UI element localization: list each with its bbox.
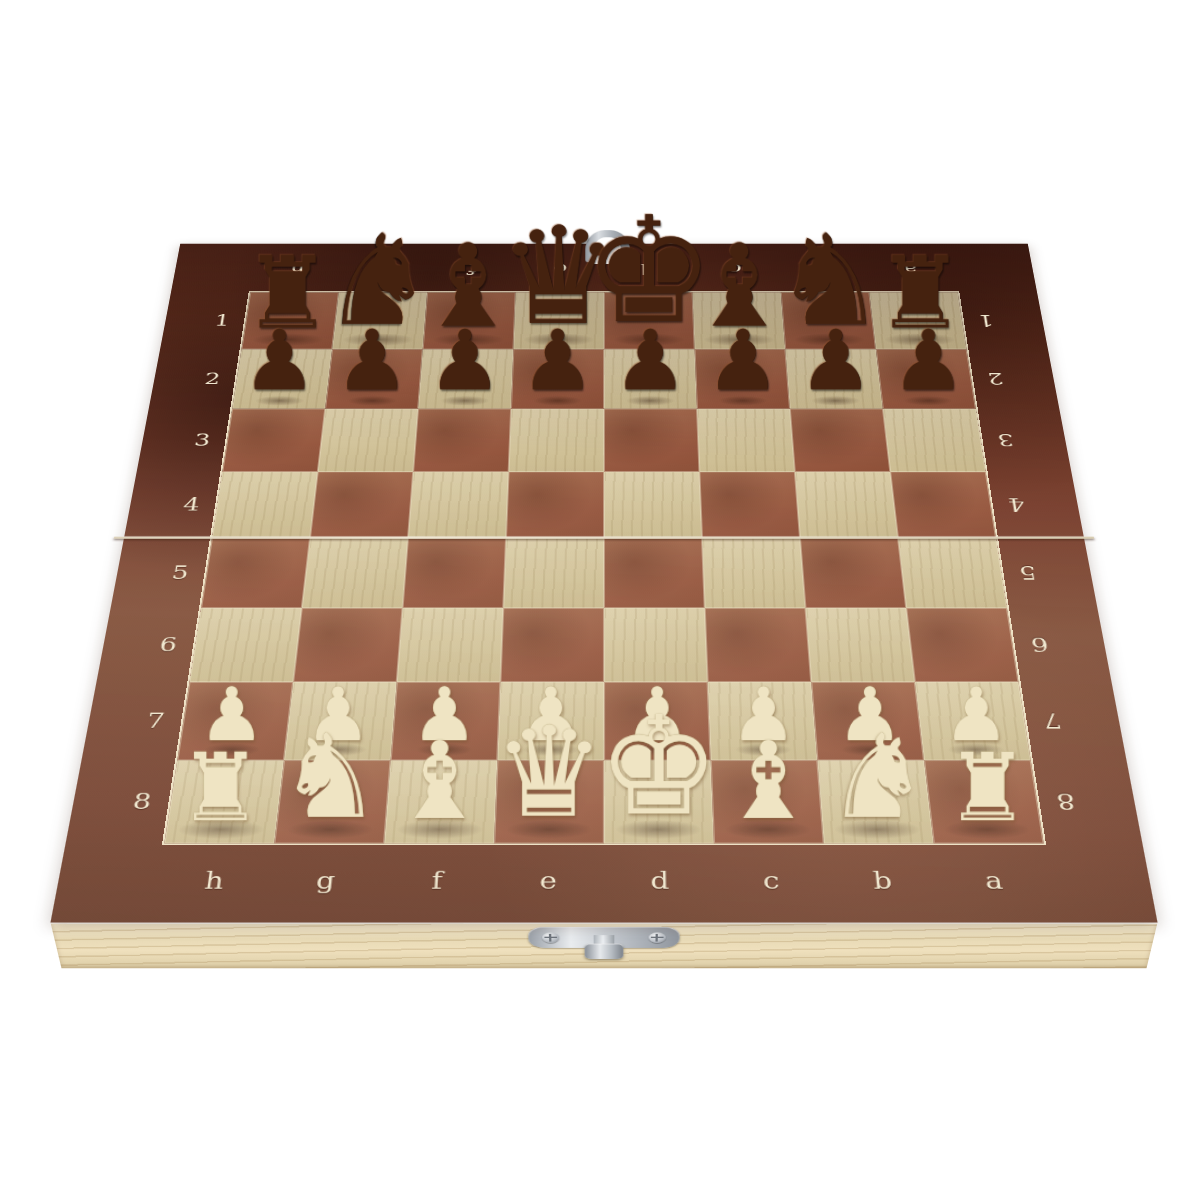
piece-dark-pawn: ♟ bbox=[891, 319, 966, 402]
rank-label-right-6: 6 bbox=[1019, 632, 1061, 656]
piece-light-bishop: ♝ bbox=[392, 727, 488, 834]
piece-light-rook: ♜ bbox=[945, 741, 1029, 835]
board-face: ♜♞♝♛♚♝♞♜♟♟♟♟♟♟♟♟♟♟♟♟♟♟♟♟♜♞♝♛♚♝♞♜ 1234567… bbox=[50, 244, 1157, 923]
board-square-f4 bbox=[408, 472, 509, 538]
front-clasp-icon bbox=[528, 927, 680, 948]
rank-label-left-8: 8 bbox=[120, 788, 164, 815]
board-square-f2: ♟ bbox=[418, 349, 513, 409]
board-square-d3 bbox=[604, 409, 699, 472]
rank-label-right-4: 4 bbox=[997, 494, 1036, 516]
board-square-c8: ♝ bbox=[711, 760, 824, 843]
piece-dark-pawn: ♟ bbox=[520, 319, 595, 402]
board-square-f5 bbox=[403, 538, 506, 608]
rank-label-right-5: 5 bbox=[1008, 561, 1048, 584]
clasp-screw-left-icon bbox=[542, 932, 559, 943]
clasp-turn-knob bbox=[585, 944, 624, 959]
piece-dark-pawn: ♟ bbox=[242, 319, 317, 402]
board-square-e4 bbox=[506, 472, 604, 538]
board-square-h8: ♜ bbox=[164, 760, 284, 843]
board-square-c3 bbox=[697, 409, 795, 472]
rank-label-left-6: 6 bbox=[147, 632, 189, 656]
file-label-bottom-e: e bbox=[527, 866, 568, 895]
file-label-bottom-f: f bbox=[416, 866, 459, 895]
file-label-bottom-a: a bbox=[972, 866, 1017, 895]
rank-label-right-2: 2 bbox=[977, 369, 1014, 388]
rank-label-left-7: 7 bbox=[134, 708, 177, 734]
file-label-bottom-g: g bbox=[304, 866, 348, 895]
piece-dark-pawn: ♟ bbox=[798, 319, 873, 402]
rank-label-left-1: 1 bbox=[204, 311, 240, 330]
board-square-a2: ♟ bbox=[876, 349, 976, 409]
board-square-d5 bbox=[604, 538, 705, 608]
piece-light-rook: ♜ bbox=[178, 741, 262, 835]
piece-dark-pawn: ♟ bbox=[335, 319, 410, 402]
board-square-d8: ♚ bbox=[604, 760, 714, 843]
playing-area: ♜♞♝♛♚♝♞♜♟♟♟♟♟♟♟♟♟♟♟♟♟♟♟♟♜♞♝♛♚♝♞♜ bbox=[162, 291, 1046, 845]
board-square-a3 bbox=[883, 409, 986, 472]
rank-label-right-8: 8 bbox=[1044, 788, 1088, 815]
board-square-f3 bbox=[413, 409, 511, 472]
pine-front-side bbox=[50, 922, 1157, 968]
board-square-e3 bbox=[509, 409, 604, 472]
file-label-bottom-h: h bbox=[192, 866, 237, 895]
board-square-b8: ♞ bbox=[817, 760, 933, 843]
rank-label-left-3: 3 bbox=[183, 430, 221, 451]
board-square-c2: ♟ bbox=[695, 349, 790, 409]
rank-label-right-7: 7 bbox=[1031, 708, 1074, 734]
board-square-g4 bbox=[310, 472, 413, 538]
piece-dark-pawn: ♟ bbox=[613, 319, 688, 402]
board-square-g8: ♞ bbox=[274, 760, 390, 843]
board-square-h5 bbox=[201, 538, 310, 608]
board-square-g3 bbox=[318, 409, 418, 472]
file-label-bottom-d: d bbox=[639, 866, 680, 895]
board-square-e5 bbox=[503, 538, 604, 608]
board-square-g2: ♟ bbox=[325, 349, 423, 409]
board-square-g5 bbox=[302, 538, 408, 608]
folding-chess-box: ♜♞♝♛♚♝♞♜♟♟♟♟♟♟♟♟♟♟♟♟♟♟♟♟♜♞♝♛♚♝♞♜ 1234567… bbox=[50, 244, 1157, 923]
board-square-a8: ♜ bbox=[924, 760, 1044, 843]
piece-light-king: ♚ bbox=[598, 698, 720, 834]
piece-dark-pawn: ♟ bbox=[706, 319, 781, 402]
piece-light-bishop: ♝ bbox=[720, 727, 816, 834]
board-square-e8: ♛ bbox=[494, 760, 604, 843]
product-photo-stage: ♜♞♝♛♚♝♞♜♟♟♟♟♟♟♟♟♟♟♟♟♟♟♟♟♜♞♝♛♚♝♞♜ 1234567… bbox=[0, 0, 1200, 1200]
board-square-b3 bbox=[790, 409, 890, 472]
board-square-b5 bbox=[800, 538, 906, 608]
rank-label-right-1: 1 bbox=[968, 311, 1004, 330]
chess-board: ♜♞♝♛♚♝♞♜♟♟♟♟♟♟♟♟♟♟♟♟♟♟♟♟♜♞♝♛♚♝♞♜ bbox=[164, 292, 1043, 843]
board-scene: ♜♞♝♛♚♝♞♜♟♟♟♟♟♟♟♟♟♟♟♟♟♟♟♟♜♞♝♛♚♝♞♜ 1234567… bbox=[124, 58, 1084, 1018]
board-square-c5 bbox=[702, 538, 805, 608]
file-label-bottom-b: b bbox=[861, 866, 905, 895]
board-square-h2: ♟ bbox=[232, 349, 332, 409]
piece-light-queen: ♛ bbox=[493, 709, 605, 834]
piece-light-knight: ♞ bbox=[278, 718, 382, 834]
file-label-bottom-c: c bbox=[750, 866, 793, 895]
board-square-c4 bbox=[699, 472, 800, 538]
board-square-d4 bbox=[604, 472, 702, 538]
rank-label-left-4: 4 bbox=[172, 494, 211, 516]
board-square-a4 bbox=[890, 472, 996, 538]
board-square-b2: ♟ bbox=[785, 349, 883, 409]
board-square-h3 bbox=[222, 409, 325, 472]
board-square-h4 bbox=[212, 472, 318, 538]
piece-light-knight: ♞ bbox=[826, 718, 930, 834]
piece-dark-pawn: ♟ bbox=[428, 319, 503, 402]
board-square-d2: ♟ bbox=[604, 349, 697, 409]
board-square-b4 bbox=[795, 472, 898, 538]
rank-label-left-5: 5 bbox=[160, 561, 200, 584]
rank-label-left-2: 2 bbox=[194, 369, 231, 388]
rank-label-right-3: 3 bbox=[987, 430, 1025, 451]
board-square-a5 bbox=[898, 538, 1007, 608]
board-square-f8: ♝ bbox=[384, 760, 497, 843]
board-square-e2: ♟ bbox=[511, 349, 604, 409]
